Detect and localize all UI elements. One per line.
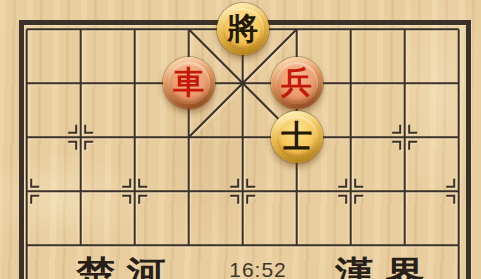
piece-character: 車: [173, 67, 204, 100]
piece-character: 士: [281, 121, 312, 154]
piece-black-advisor[interactable]: 士: [271, 111, 323, 163]
piece-red-soldier[interactable]: 兵: [271, 57, 323, 109]
game-clock: 16:52: [216, 258, 300, 279]
piece-red-chariot[interactable]: 車: [163, 57, 215, 109]
piece-character: 將: [227, 13, 258, 46]
river-label-left: 楚河: [76, 251, 177, 279]
river-label-right: 漢界: [335, 251, 436, 279]
piece-character: 兵: [281, 67, 312, 100]
xiangqi-app: 將車兵士 楚河 漢界 16:52: [0, 0, 481, 279]
piece-black-general[interactable]: 將: [217, 3, 269, 55]
